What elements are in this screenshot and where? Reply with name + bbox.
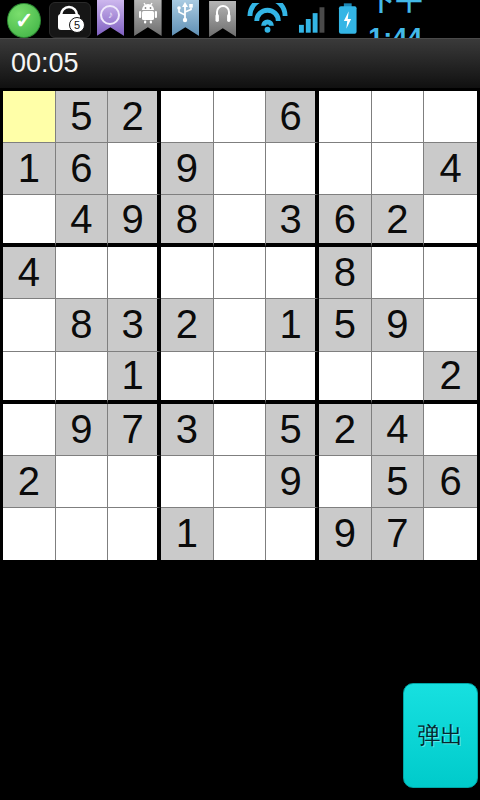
elapsed-timer: 00:05 <box>11 48 79 79</box>
sudoku-cell-r1c2[interactable] <box>108 143 161 195</box>
sudoku-grid[interactable]: 526169449836248832159129735242956197 <box>0 88 480 563</box>
sudoku-cell-r5c5[interactable] <box>266 352 319 404</box>
sudoku-cell-r5c6[interactable] <box>319 352 372 404</box>
sudoku-cell-r2c8[interactable] <box>424 195 477 247</box>
timer-bar: 00:05 <box>0 38 480 88</box>
signal-icon <box>298 4 329 34</box>
sudoku-cell-r7c4[interactable] <box>214 456 267 508</box>
sudoku-cell-r2c2[interactable]: 9 <box>108 195 161 247</box>
battery-charging-icon <box>337 2 359 36</box>
sudoku-cell-r7c6[interactable] <box>319 456 372 508</box>
sudoku-cell-r0c3[interactable] <box>161 91 214 143</box>
sudoku-cell-r8c2[interactable] <box>108 508 161 560</box>
sudoku-cell-r0c2[interactable]: 2 <box>108 91 161 143</box>
sudoku-cell-r1c6[interactable] <box>319 143 372 195</box>
sudoku-cell-r2c7[interactable]: 2 <box>372 195 425 247</box>
sudoku-cell-r8c5[interactable] <box>266 508 319 560</box>
sudoku-cell-r7c8[interactable]: 6 <box>424 456 477 508</box>
sudoku-cell-r0c1[interactable]: 5 <box>56 91 109 143</box>
sudoku-cell-r5c7[interactable] <box>372 352 425 404</box>
market-bag-icon: 5 <box>49 2 90 38</box>
sudoku-cell-r8c4[interactable] <box>214 508 267 560</box>
sudoku-cell-r3c3[interactable] <box>161 247 214 299</box>
bag-badge-count: 5 <box>74 19 80 31</box>
sudoku-cell-r5c2[interactable]: 1 <box>108 352 161 404</box>
sudoku-cell-r0c5[interactable]: 6 <box>266 91 319 143</box>
sudoku-cell-r3c5[interactable] <box>266 247 319 299</box>
sudoku-cell-r0c8[interactable] <box>424 91 477 143</box>
sudoku-cell-r7c7[interactable]: 5 <box>372 456 425 508</box>
sudoku-cell-r1c4[interactable] <box>214 143 267 195</box>
sudoku-cell-r5c1[interactable] <box>56 352 109 404</box>
sudoku-cell-r6c4[interactable] <box>214 404 267 456</box>
sudoku-cell-r3c1[interactable] <box>56 247 109 299</box>
sudoku-cell-r8c0[interactable] <box>3 508 56 560</box>
sudoku-cell-r7c5[interactable]: 9 <box>266 456 319 508</box>
sudoku-cell-r0c4[interactable] <box>214 91 267 143</box>
sudoku-cell-r5c0[interactable] <box>3 352 56 404</box>
usb-ribbon-icon <box>172 0 199 36</box>
sudoku-cell-r1c1[interactable]: 6 <box>56 143 109 195</box>
sudoku-cell-r4c0[interactable] <box>3 299 56 351</box>
sudoku-cell-r5c3[interactable] <box>161 352 214 404</box>
sudoku-cell-r4c4[interactable] <box>214 299 267 351</box>
sudoku-cell-r8c8[interactable] <box>424 508 477 560</box>
sudoku-cell-r8c1[interactable] <box>56 508 109 560</box>
check-circle-icon: ✓ <box>7 3 41 38</box>
sudoku-cell-r8c3[interactable]: 1 <box>161 508 214 560</box>
headphones-ribbon-icon <box>209 1 236 37</box>
sudoku-cell-r3c8[interactable] <box>424 247 477 299</box>
sudoku-cell-r8c6[interactable]: 9 <box>319 508 372 560</box>
sudoku-cell-r7c1[interactable] <box>56 456 109 508</box>
sudoku-cell-r7c0[interactable]: 2 <box>3 456 56 508</box>
sudoku-cell-r6c3[interactable]: 3 <box>161 404 214 456</box>
sudoku-cell-r0c6[interactable] <box>319 91 372 143</box>
status-bar: ✓ 5 ♪ <box>0 0 480 38</box>
sudoku-cell-r2c0[interactable] <box>3 195 56 247</box>
sudoku-cell-r0c0[interactable] <box>3 91 56 143</box>
sudoku-cell-r3c4[interactable] <box>214 247 267 299</box>
sudoku-cell-r3c6[interactable]: 8 <box>319 247 372 299</box>
sudoku-cell-r3c7[interactable] <box>372 247 425 299</box>
sudoku-cell-r1c3[interactable]: 9 <box>161 143 214 195</box>
sudoku-cell-r1c5[interactable] <box>266 143 319 195</box>
sudoku-cell-r4c3[interactable]: 2 <box>161 299 214 351</box>
sudoku-cell-r6c5[interactable]: 5 <box>266 404 319 456</box>
sudoku-cell-r2c3[interactable]: 8 <box>161 195 214 247</box>
sudoku-cell-r3c2[interactable] <box>108 247 161 299</box>
sudoku-cell-r4c1[interactable]: 8 <box>56 299 109 351</box>
sudoku-cell-r3c0[interactable]: 4 <box>3 247 56 299</box>
sudoku-cell-r4c8[interactable] <box>424 299 477 351</box>
sudoku-cell-r7c3[interactable] <box>161 456 214 508</box>
sudoku-cell-r2c4[interactable] <box>214 195 267 247</box>
sudoku-cell-r6c6[interactable]: 2 <box>319 404 372 456</box>
sudoku-cell-r7c2[interactable] <box>108 456 161 508</box>
music-ribbon-icon: ♪ <box>97 0 124 36</box>
sudoku-cell-r2c6[interactable]: 6 <box>319 195 372 247</box>
android-ribbon-icon <box>134 0 161 36</box>
sudoku-cell-r2c5[interactable]: 3 <box>266 195 319 247</box>
sudoku-cell-r6c1[interactable]: 9 <box>56 404 109 456</box>
sudoku-cell-r4c7[interactable]: 9 <box>372 299 425 351</box>
sudoku-cell-r1c0[interactable]: 1 <box>3 143 56 195</box>
sudoku-cell-r8c7[interactable]: 7 <box>372 508 425 560</box>
sudoku-cell-r5c8[interactable]: 2 <box>424 352 477 404</box>
sudoku-cell-r4c6[interactable]: 5 <box>319 299 372 351</box>
wifi-icon <box>246 3 289 35</box>
music-note-icon: ♪ <box>100 5 120 25</box>
sudoku-cell-r2c1[interactable]: 4 <box>56 195 109 247</box>
sudoku-cell-r4c5[interactable]: 1 <box>266 299 319 351</box>
sudoku-cell-r6c8[interactable] <box>424 404 477 456</box>
sudoku-cell-r6c0[interactable] <box>3 404 56 456</box>
sudoku-cell-r4c2[interactable]: 3 <box>108 299 161 351</box>
sudoku-cell-r1c8[interactable]: 4 <box>424 143 477 195</box>
sudoku-cell-r1c7[interactable] <box>372 143 425 195</box>
popout-button[interactable]: 弹出 <box>403 683 478 788</box>
sudoku-cell-r0c7[interactable] <box>372 91 425 143</box>
sudoku-cell-r6c2[interactable]: 7 <box>108 404 161 456</box>
sudoku-cell-r5c4[interactable] <box>214 352 267 404</box>
sudoku-cell-r6c7[interactable]: 4 <box>372 404 425 456</box>
